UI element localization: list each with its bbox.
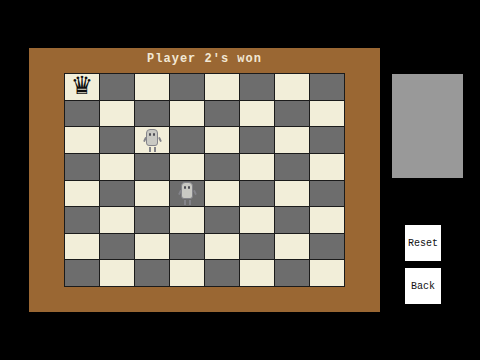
square[interactable] [100,207,134,233]
chess-board: ♛ [64,73,345,287]
sprite-arm [193,190,197,195]
square[interactable] [205,260,239,286]
square[interactable] [170,260,204,286]
square[interactable] [275,181,309,207]
square[interactable] [135,127,169,153]
square[interactable] [170,181,204,207]
square[interactable] [65,207,99,233]
square[interactable] [240,74,274,100]
square[interactable] [240,127,274,153]
sprite-eye [149,133,151,136]
square[interactable] [275,154,309,180]
square[interactable] [170,154,204,180]
square[interactable] [205,101,239,127]
square[interactable] [135,207,169,233]
square[interactable] [205,127,239,153]
square[interactable] [205,234,239,260]
square[interactable] [310,181,344,207]
square[interactable] [100,154,134,180]
square[interactable] [310,260,344,286]
square[interactable] [275,74,309,100]
square[interactable] [240,154,274,180]
sprite-leg [184,200,186,205]
square[interactable] [170,207,204,233]
square[interactable]: ♛ [65,74,99,100]
square[interactable] [65,260,99,286]
square[interactable] [310,207,344,233]
square[interactable] [135,260,169,286]
square[interactable] [205,207,239,233]
square[interactable] [100,74,134,100]
square[interactable] [205,181,239,207]
back-button[interactable]: Back [404,267,442,305]
square[interactable] [135,181,169,207]
white-creature-sprite[interactable] [179,182,196,205]
square[interactable] [275,207,309,233]
square[interactable] [240,234,274,260]
square[interactable] [275,127,309,153]
status-banner: Player 2's won [29,52,380,66]
sprite-leg [149,147,151,152]
square[interactable] [275,101,309,127]
square[interactable] [65,234,99,260]
square[interactable] [240,207,274,233]
square[interactable] [65,154,99,180]
reset-button[interactable]: Reset [404,224,442,262]
square[interactable] [135,74,169,100]
sprite-body [181,182,193,199]
square[interactable] [205,74,239,100]
square[interactable] [100,234,134,260]
sprite-eye [153,133,155,136]
sprite-leg [154,147,156,152]
square[interactable] [135,154,169,180]
sprite-eye [188,186,190,189]
square[interactable] [170,74,204,100]
square[interactable] [310,74,344,100]
sprite-eye [184,186,186,189]
square[interactable] [170,234,204,260]
square[interactable] [100,101,134,127]
square[interactable] [240,260,274,286]
board-frame: Player 2's won ♛ [29,48,380,312]
square[interactable] [135,101,169,127]
square[interactable] [65,101,99,127]
square[interactable] [240,181,274,207]
sprite-body [146,129,158,146]
square[interactable] [310,127,344,153]
square[interactable] [170,127,204,153]
square[interactable] [135,234,169,260]
square[interactable] [310,234,344,260]
square[interactable] [65,181,99,207]
side-panel-placeholder [392,74,463,178]
square[interactable] [275,234,309,260]
square[interactable] [240,101,274,127]
square[interactable] [170,101,204,127]
square[interactable] [310,154,344,180]
square[interactable] [275,260,309,286]
sprite-arm [158,136,162,141]
sprite-leg [189,200,191,205]
white-creature-sprite[interactable] [144,129,161,152]
square[interactable] [100,127,134,153]
square[interactable] [65,127,99,153]
square[interactable] [100,181,134,207]
square[interactable] [310,101,344,127]
black-queen[interactable]: ♛ [71,73,93,98]
square[interactable] [100,260,134,286]
square[interactable] [205,154,239,180]
